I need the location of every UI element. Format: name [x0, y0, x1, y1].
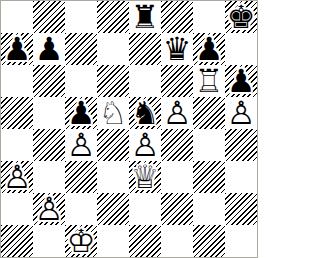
square-h8[interactable]: ♚♚	[225, 1, 257, 33]
square-h7[interactable]	[225, 33, 257, 65]
piece-glyph: ♞	[131, 97, 160, 129]
square-c4[interactable]: ♟♙	[65, 129, 97, 161]
square-b4[interactable]	[33, 129, 65, 161]
piece-glyph: ♟	[195, 33, 224, 65]
piece-glyph: ♛	[163, 33, 192, 65]
square-e8[interactable]: ♜♜	[129, 1, 161, 33]
square-d8[interactable]	[97, 1, 129, 33]
square-a3[interactable]: ♟♙	[1, 161, 33, 193]
square-g1[interactable]	[193, 225, 225, 257]
piece-glyph: ♙	[227, 97, 256, 129]
square-e3[interactable]: ♛♕	[129, 161, 161, 193]
piece-glyph: ♜	[131, 1, 160, 33]
piece-white-king[interactable]: ♚♔	[65, 225, 97, 257]
piece-black-pawn[interactable]: ♟♟	[225, 65, 257, 97]
square-c5[interactable]: ♟♟	[65, 97, 97, 129]
chess-board-frame: ♜♜♚♚♟♟♟♟♛♛♟♟♜♖♟♟♟♟♞♘♞♞♟♙♟♙♟♙♟♙♟♙♛♕♟♙♚♔	[0, 0, 258, 258]
piece-glyph: ♙	[35, 193, 64, 225]
piece-black-rook[interactable]: ♜♜	[129, 1, 161, 33]
page: { "game": "chess", "position": { "fen": …	[0, 0, 320, 258]
piece-white-pawn[interactable]: ♟♙	[65, 129, 97, 161]
square-a5[interactable]	[1, 97, 33, 129]
square-c7[interactable]	[65, 33, 97, 65]
square-h6[interactable]: ♟♟	[225, 65, 257, 97]
piece-black-pawn[interactable]: ♟♟	[193, 33, 225, 65]
square-b3[interactable]	[33, 161, 65, 193]
square-e7[interactable]	[129, 33, 161, 65]
square-e6[interactable]	[129, 65, 161, 97]
square-d2[interactable]	[97, 193, 129, 225]
piece-glyph: ♟	[227, 65, 256, 97]
piece-glyph: ♖	[195, 65, 224, 97]
square-d4[interactable]	[97, 129, 129, 161]
square-g5[interactable]	[193, 97, 225, 129]
piece-white-pawn[interactable]: ♟♙	[225, 97, 257, 129]
square-h4[interactable]	[225, 129, 257, 161]
square-g6[interactable]: ♜♖	[193, 65, 225, 97]
square-a4[interactable]	[1, 129, 33, 161]
piece-white-knight[interactable]: ♞♘	[97, 97, 129, 129]
piece-glyph: ♟	[67, 97, 96, 129]
square-f6[interactable]	[161, 65, 193, 97]
square-e5[interactable]: ♞♞	[129, 97, 161, 129]
piece-glyph: ♘	[99, 97, 128, 129]
square-d1[interactable]	[97, 225, 129, 257]
square-g7[interactable]: ♟♟	[193, 33, 225, 65]
square-c2[interactable]	[65, 193, 97, 225]
piece-glyph: ♙	[131, 129, 160, 161]
square-c3[interactable]	[65, 161, 97, 193]
square-a8[interactable]	[1, 1, 33, 33]
square-b6[interactable]	[33, 65, 65, 97]
square-f5[interactable]: ♟♙	[161, 97, 193, 129]
chess-board: ♜♜♚♚♟♟♟♟♛♛♟♟♜♖♟♟♟♟♞♘♞♞♟♙♟♙♟♙♟♙♟♙♛♕♟♙♚♔	[1, 1, 257, 257]
square-g3[interactable]	[193, 161, 225, 193]
square-g8[interactable]	[193, 1, 225, 33]
square-d3[interactable]	[97, 161, 129, 193]
square-b8[interactable]	[33, 1, 65, 33]
square-e4[interactable]: ♟♙	[129, 129, 161, 161]
square-a6[interactable]	[1, 65, 33, 97]
piece-white-pawn[interactable]: ♟♙	[1, 161, 33, 193]
piece-white-pawn[interactable]: ♟♙	[33, 193, 65, 225]
square-f1[interactable]	[161, 225, 193, 257]
piece-glyph: ♟	[3, 33, 32, 65]
piece-glyph: ♔	[67, 225, 96, 257]
piece-white-rook[interactable]: ♜♖	[193, 65, 225, 97]
square-c6[interactable]	[65, 65, 97, 97]
square-e2[interactable]	[129, 193, 161, 225]
piece-black-queen[interactable]: ♛♛	[161, 33, 193, 65]
square-a1[interactable]	[1, 225, 33, 257]
square-b5[interactable]	[33, 97, 65, 129]
square-b1[interactable]	[33, 225, 65, 257]
square-b7[interactable]: ♟♟	[33, 33, 65, 65]
piece-glyph: ♙	[67, 129, 96, 161]
square-d5[interactable]: ♞♘	[97, 97, 129, 129]
square-f8[interactable]	[161, 1, 193, 33]
square-b2[interactable]: ♟♙	[33, 193, 65, 225]
piece-black-knight[interactable]: ♞♞	[129, 97, 161, 129]
piece-glyph: ♚	[227, 1, 256, 33]
piece-glyph: ♙	[3, 161, 32, 193]
piece-white-queen[interactable]: ♛♕	[129, 161, 161, 193]
square-f4[interactable]	[161, 129, 193, 161]
piece-glyph: ♕	[131, 161, 160, 193]
piece-black-king[interactable]: ♚♚	[225, 1, 257, 33]
piece-white-pawn[interactable]: ♟♙	[129, 129, 161, 161]
square-a7[interactable]: ♟♟	[1, 33, 33, 65]
square-e1[interactable]	[129, 225, 161, 257]
square-h2[interactable]	[225, 193, 257, 225]
square-g4[interactable]	[193, 129, 225, 161]
piece-glyph: ♙	[163, 97, 192, 129]
piece-black-pawn[interactable]: ♟♟	[1, 33, 33, 65]
piece-white-pawn[interactable]: ♟♙	[161, 97, 193, 129]
piece-black-pawn[interactable]: ♟♟	[33, 33, 65, 65]
square-f2[interactable]	[161, 193, 193, 225]
square-d7[interactable]	[97, 33, 129, 65]
square-d6[interactable]	[97, 65, 129, 97]
square-a2[interactable]	[1, 193, 33, 225]
square-g2[interactable]	[193, 193, 225, 225]
square-h5[interactable]: ♟♙	[225, 97, 257, 129]
square-f7[interactable]: ♛♛	[161, 33, 193, 65]
square-f3[interactable]	[161, 161, 193, 193]
square-h3[interactable]	[225, 161, 257, 193]
square-c1[interactable]: ♚♔	[65, 225, 97, 257]
square-h1[interactable]	[225, 225, 257, 257]
square-c8[interactable]	[65, 1, 97, 33]
piece-black-pawn[interactable]: ♟♟	[65, 97, 97, 129]
piece-glyph: ♟	[35, 33, 64, 65]
